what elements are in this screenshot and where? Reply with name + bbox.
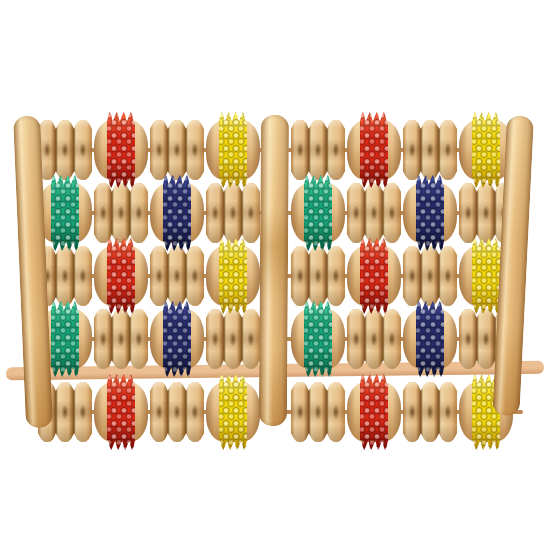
roller-left-r1-c4-yellow[interactable] bbox=[206, 112, 260, 188]
yellow-spike-band bbox=[472, 238, 500, 314]
navy-spike-band bbox=[163, 301, 191, 377]
roller-right-r1-c1-natural[interactable] bbox=[291, 120, 345, 180]
roller-right-r5-c1-natural[interactable] bbox=[291, 382, 345, 442]
roller-right-r1-c2-red[interactable] bbox=[347, 112, 401, 188]
roller-right-r2-c1-green[interactable] bbox=[291, 175, 345, 251]
foot-roller-scene bbox=[0, 0, 550, 550]
yellow-spike-band bbox=[219, 374, 247, 450]
roller-left-r2-c3-navy[interactable] bbox=[150, 175, 204, 251]
roller-left-r5-c4-yellow[interactable] bbox=[206, 374, 260, 450]
roller-left-r2-c4-natural[interactable] bbox=[206, 183, 260, 243]
red-spike-band bbox=[360, 374, 388, 450]
roller-right-r3-c2-red[interactable] bbox=[347, 238, 401, 314]
roller-right-r4-c3-navy[interactable] bbox=[403, 301, 457, 377]
red-spike-band bbox=[107, 238, 135, 314]
roller-left-r3-c2-red[interactable] bbox=[94, 238, 148, 314]
roller-right-r3-c3-natural[interactable] bbox=[403, 246, 457, 306]
roller-left-r4-c4-natural[interactable] bbox=[206, 309, 260, 369]
roller-left-r1-c3-natural[interactable] bbox=[150, 120, 204, 180]
navy-spike-band bbox=[163, 175, 191, 251]
roller-left-r2-c2-natural[interactable] bbox=[94, 183, 148, 243]
navy-spike-band bbox=[416, 175, 444, 251]
roller-left-r4-c3-navy[interactable] bbox=[150, 301, 204, 377]
red-spike-band bbox=[107, 374, 135, 450]
middle-rail bbox=[259, 115, 289, 426]
roller-right-r2-c3-navy[interactable] bbox=[403, 175, 457, 251]
rod-right-5 bbox=[291, 374, 513, 450]
panel-left bbox=[38, 112, 260, 458]
roller-left-r1-c1-natural[interactable] bbox=[38, 120, 92, 180]
roller-left-r3-c3-natural[interactable] bbox=[150, 246, 204, 306]
roller-right-r5-c2-red[interactable] bbox=[347, 374, 401, 450]
rod-left-5 bbox=[38, 374, 260, 450]
roller-right-r5-c3-natural[interactable] bbox=[403, 382, 457, 442]
green-spike-band bbox=[304, 301, 332, 377]
green-spike-band bbox=[304, 175, 332, 251]
roller-left-r3-c4-yellow[interactable] bbox=[206, 238, 260, 314]
roller-right-r3-c1-natural[interactable] bbox=[291, 246, 345, 306]
red-spike-band bbox=[107, 112, 135, 188]
roller-left-r2-c1-green[interactable] bbox=[38, 175, 92, 251]
roller-left-r1-c2-red[interactable] bbox=[94, 112, 148, 188]
yellow-spike-band bbox=[219, 112, 247, 188]
red-spike-band bbox=[360, 112, 388, 188]
navy-spike-band bbox=[416, 301, 444, 377]
roller-right-r2-c2-natural[interactable] bbox=[347, 183, 401, 243]
yellow-spike-band bbox=[472, 112, 500, 188]
green-spike-band bbox=[51, 175, 79, 251]
roller-left-r5-c2-red[interactable] bbox=[94, 374, 148, 450]
red-spike-band bbox=[360, 238, 388, 314]
green-spike-band bbox=[51, 301, 79, 377]
roller-left-r4-c2-natural[interactable] bbox=[94, 309, 148, 369]
roller-left-r5-c3-natural[interactable] bbox=[150, 382, 204, 442]
roller-right-r1-c3-natural[interactable] bbox=[403, 120, 457, 180]
roller-right-r4-c1-green[interactable] bbox=[291, 301, 345, 377]
roller-right-r4-c2-natural[interactable] bbox=[347, 309, 401, 369]
panel-right bbox=[291, 112, 513, 458]
yellow-spike-band bbox=[219, 238, 247, 314]
